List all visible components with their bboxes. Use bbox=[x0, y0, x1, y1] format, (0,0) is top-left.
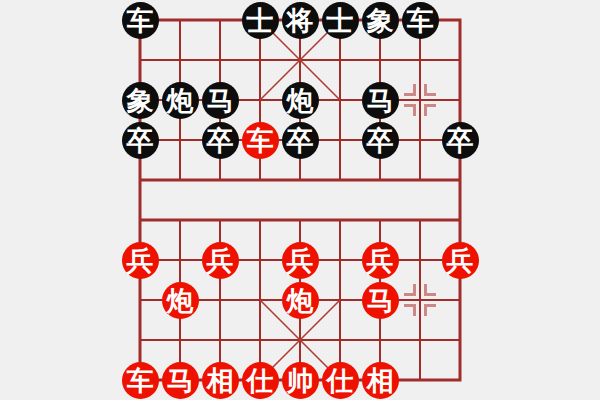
marker-corner-br bbox=[424, 104, 436, 116]
black-chariot[interactable]: 车 bbox=[402, 2, 439, 39]
black-soldier[interactable]: 卒 bbox=[282, 122, 319, 159]
red-soldier[interactable]: 兵 bbox=[282, 242, 319, 279]
red-cannon[interactable]: 炮 bbox=[282, 282, 319, 319]
black-soldier[interactable]: 卒 bbox=[122, 122, 159, 159]
marker-corner-bl bbox=[404, 104, 416, 116]
black-soldier[interactable]: 卒 bbox=[362, 122, 399, 159]
black-elephant[interactable]: 象 bbox=[362, 2, 399, 39]
black-soldier[interactable]: 卒 bbox=[202, 122, 239, 159]
black-cannon[interactable]: 炮 bbox=[162, 82, 199, 119]
red-general[interactable]: 帅 bbox=[282, 362, 319, 399]
black-advisor[interactable]: 士 bbox=[322, 2, 359, 39]
marker-corner-tr bbox=[424, 84, 436, 96]
red-advisor[interactable]: 仕 bbox=[242, 362, 279, 399]
marker-corner-br bbox=[424, 304, 436, 316]
red-soldier[interactable]: 兵 bbox=[362, 242, 399, 279]
last-move-marker bbox=[404, 84, 436, 116]
black-elephant[interactable]: 象 bbox=[122, 82, 159, 119]
red-soldier[interactable]: 兵 bbox=[202, 242, 239, 279]
board-intersections[interactable]: 车士将士象车象炮马炮马卒卒车卒卒卒兵兵兵兵兵炮炮马车马相仕帅仕相 bbox=[120, 0, 480, 400]
black-chariot[interactable]: 车 bbox=[122, 2, 159, 39]
red-advisor[interactable]: 仕 bbox=[322, 362, 359, 399]
red-chariot[interactable]: 车 bbox=[242, 122, 279, 159]
marker-corner-tl bbox=[404, 84, 416, 96]
last-move-marker bbox=[404, 284, 436, 316]
black-horse[interactable]: 马 bbox=[202, 82, 239, 119]
red-horse[interactable]: 马 bbox=[362, 282, 399, 319]
red-horse[interactable]: 马 bbox=[162, 362, 199, 399]
black-soldier[interactable]: 卒 bbox=[442, 122, 479, 159]
red-soldier[interactable]: 兵 bbox=[442, 242, 479, 279]
red-elephant[interactable]: 相 bbox=[202, 362, 239, 399]
xiangqi-board: 车士将士象车象炮马炮马卒卒车卒卒卒兵兵兵兵兵炮炮马车马相仕帅仕相 bbox=[0, 0, 600, 400]
marker-corner-tl bbox=[404, 284, 416, 296]
marker-corner-bl bbox=[404, 304, 416, 316]
red-soldier[interactable]: 兵 bbox=[122, 242, 159, 279]
black-general[interactable]: 将 bbox=[282, 2, 319, 39]
red-elephant[interactable]: 相 bbox=[362, 362, 399, 399]
black-horse[interactable]: 马 bbox=[362, 82, 399, 119]
red-cannon[interactable]: 炮 bbox=[162, 282, 199, 319]
red-chariot[interactable]: 车 bbox=[122, 362, 159, 399]
marker-corner-tr bbox=[424, 284, 436, 296]
black-advisor[interactable]: 士 bbox=[242, 2, 279, 39]
black-cannon[interactable]: 炮 bbox=[282, 82, 319, 119]
